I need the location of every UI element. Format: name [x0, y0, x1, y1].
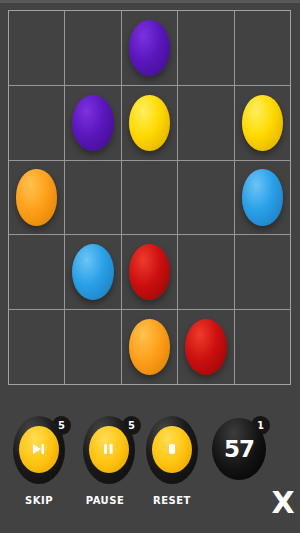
board-cell[interactable]	[9, 161, 64, 235]
skip-label: SKIP	[13, 495, 65, 506]
dot-blue[interactable]	[242, 169, 284, 225]
reset-label: RESET	[146, 495, 198, 506]
stop-icon	[169, 444, 175, 454]
reset-button-face[interactable]	[152, 426, 192, 474]
reset-button[interactable]	[146, 416, 198, 484]
board-cell[interactable]	[178, 235, 233, 309]
board-cell[interactable]	[122, 86, 177, 160]
board-cell[interactable]	[235, 235, 290, 309]
board-cell[interactable]	[235, 310, 290, 384]
close-button[interactable]: X	[266, 485, 300, 521]
skip-button[interactable]: 5	[13, 416, 65, 484]
board-cell[interactable]	[178, 86, 233, 160]
board-cell[interactable]	[122, 161, 177, 235]
board-cell[interactable]	[178, 11, 233, 85]
dot-purple[interactable]	[129, 20, 171, 76]
game-screen: 5 5 1 57 SKIP P	[0, 0, 300, 533]
board-cell[interactable]	[178, 161, 233, 235]
dot-orange[interactable]	[16, 169, 58, 225]
top-edge-highlight	[0, 0, 300, 3]
board-cell[interactable]	[122, 310, 177, 384]
dot-orange[interactable]	[129, 319, 171, 375]
board-cell[interactable]	[9, 310, 64, 384]
board-cell[interactable]	[122, 11, 177, 85]
board-cell[interactable]	[122, 235, 177, 309]
dot-blue[interactable]	[72, 244, 114, 300]
board-cell[interactable]	[65, 11, 120, 85]
board-cell[interactable]	[9, 86, 64, 160]
board-cell[interactable]	[178, 310, 233, 384]
pause-button-face[interactable]	[89, 426, 129, 474]
dot-red[interactable]	[185, 319, 227, 375]
timer-value: 57	[212, 418, 266, 480]
skip-button-face[interactable]	[19, 426, 59, 474]
board-cell[interactable]	[9, 11, 64, 85]
skip-icon	[33, 444, 45, 454]
dot-yellow[interactable]	[129, 95, 171, 151]
pause-button[interactable]: 5	[83, 416, 135, 484]
board-cell[interactable]	[235, 11, 290, 85]
board-cell[interactable]	[65, 310, 120, 384]
dot-purple[interactable]	[72, 95, 114, 151]
dot-yellow[interactable]	[242, 95, 284, 151]
board-cell[interactable]	[65, 235, 120, 309]
timer-button[interactable]: 1 57	[212, 418, 266, 480]
board	[8, 10, 291, 385]
dot-red[interactable]	[129, 244, 171, 300]
board-cell[interactable]	[65, 161, 120, 235]
board-cell[interactable]	[9, 235, 64, 309]
pause-label: PAUSE	[79, 495, 131, 506]
pause-icon	[104, 444, 113, 454]
board-cell[interactable]	[235, 86, 290, 160]
board-cell[interactable]	[235, 161, 290, 235]
board-cell[interactable]	[65, 86, 120, 160]
